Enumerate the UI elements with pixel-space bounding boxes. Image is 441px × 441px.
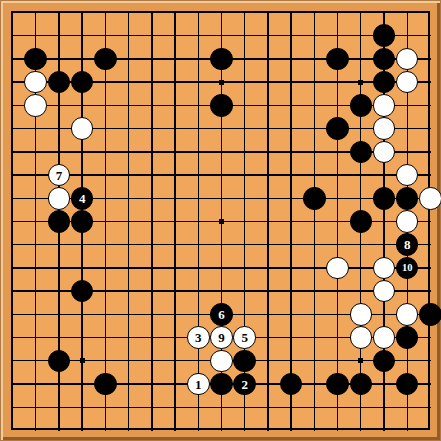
black-stone-move-4: 4 <box>71 187 94 210</box>
white-stone <box>350 326 373 349</box>
black-stone <box>210 48 233 71</box>
black-stone <box>326 373 349 396</box>
black-stone <box>373 24 396 47</box>
white-stone <box>210 350 233 373</box>
black-stone <box>48 210 71 233</box>
white-stone <box>71 117 94 140</box>
black-stone <box>24 48 47 71</box>
black-stone <box>94 373 117 396</box>
grid-line-horizontal <box>12 267 431 268</box>
black-stone <box>326 117 349 140</box>
white-stone <box>326 257 349 280</box>
grid-line-vertical <box>337 12 338 431</box>
black-stone <box>350 94 373 117</box>
white-stone <box>373 326 396 349</box>
white-stone <box>419 187 441 210</box>
black-stone-move-2: 2 <box>233 373 256 396</box>
black-stone <box>350 141 373 164</box>
black-stone <box>210 94 233 117</box>
black-stone <box>350 210 373 233</box>
grid-line-vertical <box>314 12 315 431</box>
white-stone <box>396 303 419 326</box>
black-stone-move-6: 6 <box>210 303 233 326</box>
black-stone <box>326 48 349 71</box>
black-stone <box>373 187 396 210</box>
grid-line-vertical <box>290 12 291 431</box>
black-stone <box>303 187 326 210</box>
black-stone <box>48 350 71 373</box>
white-stone <box>373 94 396 117</box>
white-stone-move-1: 1 <box>187 373 210 396</box>
black-stone <box>233 350 256 373</box>
white-stone <box>350 303 373 326</box>
white-stone <box>396 210 419 233</box>
black-stone <box>419 303 441 326</box>
star-point <box>219 219 224 224</box>
star-point <box>358 358 363 363</box>
white-stone-move-3: 3 <box>187 326 210 349</box>
black-stone <box>71 210 94 233</box>
white-stone <box>373 117 396 140</box>
white-stone-move-5: 5 <box>233 326 256 349</box>
star-point <box>219 80 224 85</box>
star-point <box>80 358 85 363</box>
white-stone <box>24 94 47 117</box>
black-stone <box>396 187 419 210</box>
grid-line-horizontal <box>12 407 431 408</box>
go-board: 74810639512 <box>0 0 441 441</box>
grid-line-vertical <box>267 12 268 431</box>
star-point <box>358 80 363 85</box>
white-stone-move-9: 9 <box>210 326 233 349</box>
black-stone <box>94 48 117 71</box>
white-stone <box>48 187 71 210</box>
grid-line-horizontal <box>12 244 431 245</box>
black-stone <box>210 373 233 396</box>
